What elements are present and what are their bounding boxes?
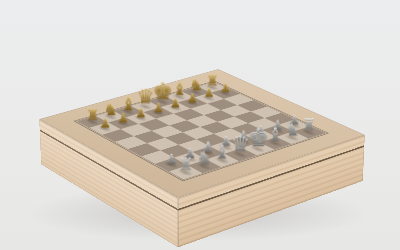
- scene: ♜♟♟♜♞♟♟♞♝♟♟♝♚♟♟♚♛♟♟♛♝♟♟♝♞♟♟♞♜♟♟♜: [0, 0, 400, 250]
- chess-box: ♜♟♟♜♞♟♟♞♝♟♟♝♚♟♟♚♛♟♟♛♝♟♟♝♞♟♟♞♜♟♟♜: [39, 69, 365, 198]
- photo-background: ♜♟♟♜♞♟♟♞♝♟♟♝♚♟♟♚♛♟♟♛♝♟♟♝♞♟♟♞♜♟♟♜: [0, 0, 400, 250]
- board-square: ♜: [169, 165, 202, 179]
- gold-pawn: ♟: [89, 117, 121, 130]
- silver-rook: ♜: [169, 156, 203, 173]
